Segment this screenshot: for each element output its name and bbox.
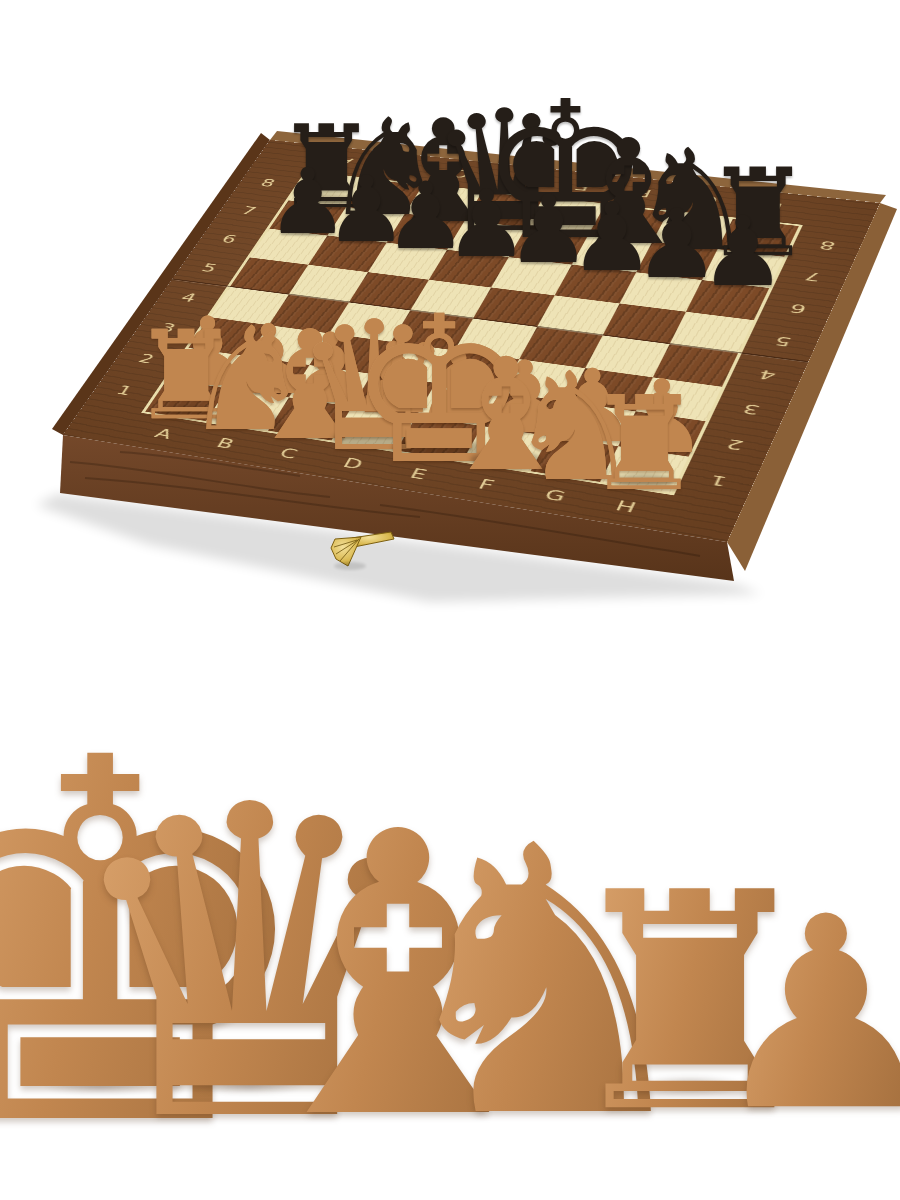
piece-lineup: ♚♛♝♞♜♟ <box>0 640 900 1200</box>
chess-set-product-photo: AABBCCDDEEFFGGHH1122334455667788 ♜♞♝♛♚ <box>0 0 900 1200</box>
chessboard: AABBCCDDEEFFGGHH1122334455667788 <box>63 140 880 542</box>
display-pawn: ♟ <box>707 882 900 1147</box>
brass-clasp-icon <box>331 532 394 570</box>
